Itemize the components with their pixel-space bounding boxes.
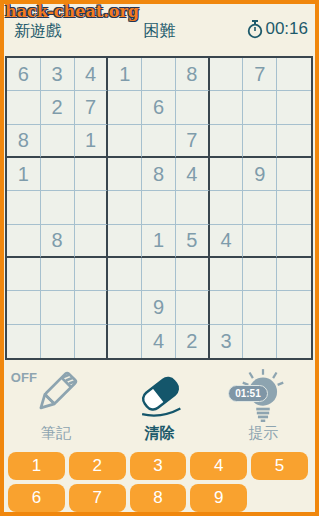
cell-r9c9[interactable] (277, 325, 311, 358)
cell-r7c1[interactable] (7, 258, 41, 291)
numpad-row-1: 12345 (4, 452, 315, 480)
pencil-icon: OFF (29, 368, 83, 422)
cell-r7c6[interactable] (176, 258, 210, 291)
cell-r4c2[interactable] (41, 158, 75, 191)
cell-r3c2[interactable] (41, 125, 75, 158)
cell-r9c7[interactable]: 3 (210, 325, 244, 358)
cell-r5c5[interactable] (142, 191, 176, 224)
cell-r7c8[interactable] (243, 258, 277, 291)
cell-r4c8[interactable]: 9 (243, 158, 277, 191)
cell-r7c9[interactable] (277, 258, 311, 291)
cell-r6c7[interactable]: 4 (210, 225, 244, 258)
cell-r4c7[interactable] (210, 158, 244, 191)
cell-r5c3[interactable] (75, 191, 109, 224)
cell-r6c4[interactable] (108, 225, 142, 258)
cell-r7c4[interactable] (108, 258, 142, 291)
cell-r9c8[interactable] (243, 325, 277, 358)
cell-r9c3[interactable] (75, 325, 109, 358)
cell-r1c9[interactable] (277, 58, 311, 91)
cell-r9c4[interactable] (108, 325, 142, 358)
cell-r3c1[interactable]: 8 (7, 125, 41, 158)
cell-r2c7[interactable] (210, 91, 244, 124)
numpad-button-2[interactable]: 2 (69, 452, 126, 480)
hint-button[interactable]: 01:51 提示 (211, 368, 315, 448)
clear-label: 清除 (144, 424, 174, 443)
cell-r5c6[interactable] (176, 191, 210, 224)
cell-r7c5[interactable] (142, 258, 176, 291)
clear-button[interactable]: 清除 (108, 368, 212, 448)
cell-r5c2[interactable] (41, 191, 75, 224)
cell-r8c5[interactable]: 9 (142, 291, 176, 324)
cell-r2c2[interactable]: 2 (41, 91, 75, 124)
numpad-button-6[interactable]: 6 (8, 484, 65, 512)
cell-r4c1[interactable]: 1 (7, 158, 41, 191)
cell-r6c9[interactable] (277, 225, 311, 258)
numpad-button-3[interactable]: 3 (130, 452, 187, 480)
numpad-button-8[interactable]: 8 (130, 484, 187, 512)
cell-r1c1[interactable]: 6 (7, 58, 41, 91)
sudoku-grid: 634187276817184981549423 (5, 56, 313, 360)
cell-r6c2[interactable]: 8 (41, 225, 75, 258)
numpad-button-4[interactable]: 4 (190, 452, 247, 480)
cell-r5c7[interactable] (210, 191, 244, 224)
cell-r4c3[interactable] (75, 158, 109, 191)
app-screen: hack-cheat.org 新遊戲 困難 00:16 634187276817… (0, 0, 319, 516)
notes-label: 筆記 (41, 424, 71, 443)
lightbulb-icon: 01:51 (236, 368, 290, 422)
cell-r4c6[interactable]: 4 (176, 158, 210, 191)
toolbar: OFF 筆記 (4, 368, 315, 448)
numpad-button-7[interactable]: 7 (69, 484, 126, 512)
cell-r2c3[interactable]: 7 (75, 91, 109, 124)
cell-r2c6[interactable] (176, 91, 210, 124)
cell-r4c9[interactable] (277, 158, 311, 191)
cell-r9c1[interactable] (7, 325, 41, 358)
cell-r1c3[interactable]: 4 (75, 58, 109, 91)
cell-r4c5[interactable]: 8 (142, 158, 176, 191)
cell-r3c9[interactable] (277, 125, 311, 158)
numpad-row-2: 6789 (4, 484, 315, 512)
watermark: hack-cheat.org (5, 2, 139, 21)
cell-r6c8[interactable] (243, 225, 277, 258)
cell-r2c9[interactable] (277, 91, 311, 124)
cell-r2c8[interactable] (243, 91, 277, 124)
cell-r1c2[interactable]: 3 (41, 58, 75, 91)
cell-r6c6[interactable]: 5 (176, 225, 210, 258)
cell-r7c2[interactable] (41, 258, 75, 291)
hint-label: 提示 (248, 424, 278, 443)
cell-r7c7[interactable] (210, 258, 244, 291)
cell-r8c3[interactable] (75, 291, 109, 324)
notes-button[interactable]: OFF 筆記 (4, 368, 108, 448)
cell-r9c6[interactable]: 2 (176, 325, 210, 358)
cell-r8c9[interactable] (277, 291, 311, 324)
timer: 00:16 (246, 19, 308, 39)
timer-value: 00:16 (265, 19, 308, 39)
cell-r6c3[interactable] (75, 225, 109, 258)
cell-r2c5[interactable]: 6 (142, 91, 176, 124)
cell-r2c1[interactable] (7, 91, 41, 124)
numpad-button-5[interactable]: 5 (251, 452, 308, 480)
cell-r5c4[interactable] (108, 191, 142, 224)
cell-r4c4[interactable] (108, 158, 142, 191)
numpad-button-1[interactable]: 1 (8, 452, 65, 480)
cell-r5c8[interactable] (243, 191, 277, 224)
cell-r8c7[interactable] (210, 291, 244, 324)
cell-r1c5[interactable] (142, 58, 176, 91)
cell-r3c5[interactable] (142, 125, 176, 158)
cell-r5c9[interactable] (277, 191, 311, 224)
cell-r3c6[interactable]: 7 (176, 125, 210, 158)
cell-r5c1[interactable] (7, 191, 41, 224)
cell-r1c7[interactable] (210, 58, 244, 91)
cell-r1c4[interactable]: 1 (108, 58, 142, 91)
cell-r9c5[interactable]: 4 (142, 325, 176, 358)
cell-r8c8[interactable] (243, 291, 277, 324)
cell-r1c6[interactable]: 8 (176, 58, 210, 91)
cell-r2c4[interactable] (108, 91, 142, 124)
stopwatch-icon (246, 19, 264, 39)
hint-countdown-badge: 01:51 (228, 385, 268, 402)
cell-r8c4[interactable] (108, 291, 142, 324)
cell-r7c3[interactable] (75, 258, 109, 291)
cell-r8c2[interactable] (41, 291, 75, 324)
cell-r8c6[interactable] (176, 291, 210, 324)
cell-r3c7[interactable] (210, 125, 244, 158)
cell-r1c8[interactable]: 7 (243, 58, 277, 91)
eraser-icon (132, 368, 186, 422)
cell-r8c1[interactable] (7, 291, 41, 324)
cell-r3c8[interactable] (243, 125, 277, 158)
numpad: 12345 6789 (4, 452, 315, 516)
numpad-button-9[interactable]: 9 (190, 484, 247, 512)
cell-r6c5[interactable]: 1 (142, 225, 176, 258)
cell-r9c2[interactable] (41, 325, 75, 358)
notes-off-state: OFF (11, 370, 37, 385)
cell-r6c1[interactable] (7, 225, 41, 258)
cell-r3c3[interactable]: 1 (75, 125, 109, 158)
cell-r3c4[interactable] (108, 125, 142, 158)
